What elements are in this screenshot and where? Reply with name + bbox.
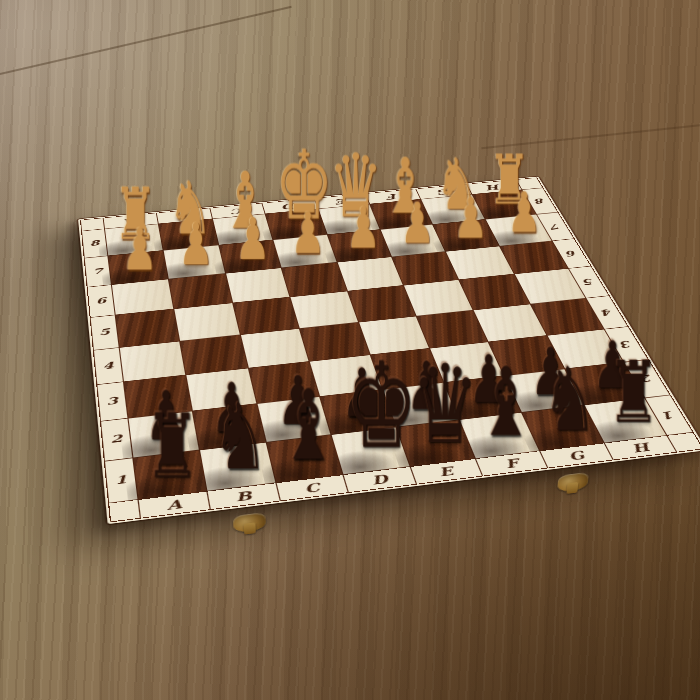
file-label-text: H — [629, 440, 652, 455]
file-label-text: A — [125, 216, 138, 225]
square-c2: ♟ — [257, 397, 330, 442]
file-label-text: F — [502, 456, 520, 471]
file-label-text: B — [177, 211, 191, 220]
rank-label-text: 1 — [660, 408, 678, 421]
square-c4 — [241, 329, 309, 368]
file-label-text: E — [437, 464, 456, 479]
square-f4 — [417, 310, 488, 348]
square-b2: ♟ — [193, 404, 265, 449]
square-d2: ♟ — [320, 390, 394, 434]
rank-label-text: 5 — [581, 277, 596, 287]
square-c5 — [233, 297, 299, 334]
frame-corner — [109, 500, 140, 521]
rank-label-text: 6 — [564, 249, 578, 258]
left-rank-label-6: 6 — [88, 285, 115, 317]
rank-label-text: 7 — [548, 222, 562, 231]
left-rank-label-5: 5 — [91, 315, 119, 349]
rank-label-text: 4 — [599, 307, 615, 318]
left-rank-label-4: 4 — [94, 348, 123, 385]
rank-label-text: 4 — [102, 360, 114, 372]
latch-hook — [566, 482, 578, 494]
file-label-text: E — [335, 197, 349, 206]
square-b4 — [181, 335, 248, 375]
latch-hook — [244, 522, 256, 534]
file-label-text: A — [166, 497, 183, 513]
file-label-text: H — [485, 183, 502, 192]
rank-label-text: 3 — [106, 395, 119, 407]
rank-label-text: 3 — [618, 339, 634, 350]
table-plank-seam — [0, 6, 292, 82]
chess-set-photo: ABCDEFGH8♜♞♝♚♛♝♞♜87♟♟♟♟♟♟♟♟7665544332♟♟♟… — [0, 0, 700, 700]
file-label-text: B — [234, 488, 253, 504]
file-label-text: C — [303, 480, 321, 495]
file-label-text: D — [282, 201, 297, 210]
file-label-text: G — [566, 448, 587, 463]
file-label-text: C — [231, 206, 244, 215]
frame-corner — [668, 433, 700, 452]
file-label-text: F — [386, 192, 399, 201]
left-rank-label-3: 3 — [97, 382, 127, 421]
rank-label-text: 8 — [533, 197, 546, 205]
rank-label-text: 6 — [95, 296, 106, 306]
square-a5 — [116, 309, 180, 347]
square-a6 — [112, 279, 174, 314]
square-e6 — [337, 257, 403, 291]
rank-label-text: 5 — [99, 327, 111, 338]
rank-label-text: 2 — [638, 372, 655, 384]
table-plank-seam — [481, 120, 700, 149]
file-label-text: G — [436, 187, 452, 196]
square-d4 — [300, 322, 369, 361]
